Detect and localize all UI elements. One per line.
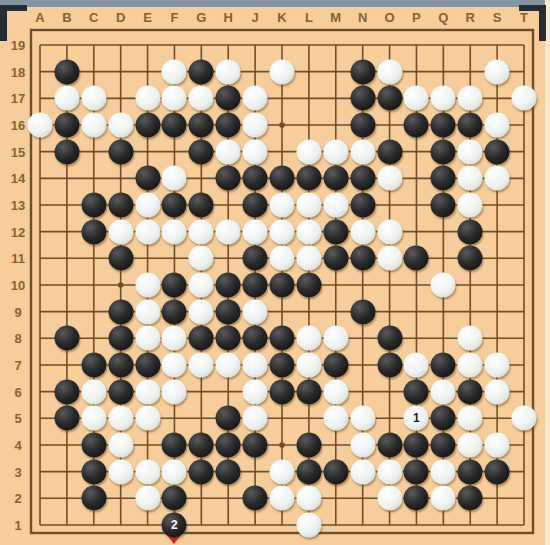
- column-label-M: M: [330, 10, 341, 25]
- black-stone-E16: [135, 112, 160, 137]
- white-stone-G10: [189, 272, 214, 297]
- black-stone-S3: [485, 459, 510, 484]
- column-label-F: F: [170, 10, 178, 25]
- white-stone-T17: [512, 86, 537, 111]
- black-stone-H16: [216, 112, 241, 137]
- black-stone-L14: [296, 166, 321, 191]
- white-stone-K3: [270, 459, 295, 484]
- white-stone-J16: [243, 112, 268, 137]
- white-stone-D5: [108, 406, 133, 431]
- black-stone-G16: [189, 112, 214, 137]
- white-stone-H15: [216, 139, 241, 164]
- black-stone-Q5: [431, 406, 456, 431]
- white-stone-F14: [162, 166, 187, 191]
- white-stone-L15: [296, 139, 321, 164]
- black-stone-M3: [323, 459, 348, 484]
- white-stone-F6: [162, 379, 187, 404]
- black-stone-N9: [350, 299, 375, 324]
- row-label-17: 17: [11, 91, 25, 106]
- row-label-5: 5: [14, 411, 21, 426]
- white-stone-H7: [216, 352, 241, 377]
- black-stone-F10: [162, 272, 187, 297]
- white-stone-G17: [189, 86, 214, 111]
- black-stone-O4: [377, 432, 402, 457]
- white-stone-E12: [135, 219, 160, 244]
- white-stone-M8: [323, 326, 348, 351]
- black-stone-C2: [81, 486, 106, 511]
- black-stone-D7: [108, 352, 133, 377]
- row-label-18: 18: [11, 64, 25, 79]
- black-stone-S15: [485, 139, 510, 164]
- white-stone-S16: [485, 112, 510, 137]
- white-stone-J5: [243, 406, 268, 431]
- black-stone-J10: [243, 272, 268, 297]
- white-stone-K12: [270, 219, 295, 244]
- white-stone-N12: [350, 219, 375, 244]
- white-stone-R17: [458, 86, 483, 111]
- black-stone-O7: [377, 352, 402, 377]
- white-stone-L11: [296, 246, 321, 271]
- black-stone-O15: [377, 139, 402, 164]
- black-stone-J8: [243, 326, 268, 351]
- white-stone-C6: [81, 379, 106, 404]
- column-label-E: E: [143, 10, 152, 25]
- white-stone-Q2: [431, 486, 456, 511]
- black-stone-K10: [270, 272, 295, 297]
- white-stone-J9: [243, 299, 268, 324]
- column-label-J: J: [251, 10, 258, 25]
- white-stone-R5: [458, 406, 483, 431]
- black-stone-L6: [296, 379, 321, 404]
- white-stone-H18: [216, 59, 241, 84]
- black-stone-O8: [377, 326, 402, 351]
- black-stone-M14: [323, 166, 348, 191]
- row-label-16: 16: [11, 117, 25, 132]
- black-stone-Q13: [431, 192, 456, 217]
- white-stone-E3: [135, 459, 160, 484]
- row-label-4: 4: [14, 437, 21, 452]
- white-stone-C16: [81, 112, 106, 137]
- white-stone-E6: [135, 379, 160, 404]
- white-stone-R15: [458, 139, 483, 164]
- black-stone-C13: [81, 192, 106, 217]
- black-stone-D11: [108, 246, 133, 271]
- top-left-corner-bracket-icon: [0, 5, 27, 41]
- black-stone-H17: [216, 86, 241, 111]
- white-stone-C5: [81, 406, 106, 431]
- white-stone-Q6: [431, 379, 456, 404]
- white-stone-S4: [485, 432, 510, 457]
- black-stone-R6: [458, 379, 483, 404]
- row-label-9: 9: [14, 304, 21, 319]
- black-stone-D13: [108, 192, 133, 217]
- black-stone-H10: [216, 272, 241, 297]
- black-stone-P11: [404, 246, 429, 271]
- black-stone-Q4: [431, 432, 456, 457]
- black-stone-P4: [404, 432, 429, 457]
- black-stone-B5: [54, 406, 79, 431]
- black-stone-H4: [216, 432, 241, 457]
- white-stone-N5: [350, 406, 375, 431]
- black-stone-H9: [216, 299, 241, 324]
- black-stone-B6: [54, 379, 79, 404]
- black-stone-K7: [270, 352, 295, 377]
- black-stone-F13: [162, 192, 187, 217]
- black-stone-F4: [162, 432, 187, 457]
- black-stone-D6: [108, 379, 133, 404]
- white-stone-S14: [485, 166, 510, 191]
- white-stone-J7: [243, 352, 268, 377]
- black-stone-Q16: [431, 112, 456, 137]
- black-stone-L4: [296, 432, 321, 457]
- black-stone-N11: [350, 246, 375, 271]
- black-stone-R3: [458, 459, 483, 484]
- move-number-2: 2: [171, 518, 178, 532]
- white-stone-Q3: [431, 459, 456, 484]
- row-label-2: 2: [14, 491, 21, 506]
- black-stone-G3: [189, 459, 214, 484]
- column-label-H: H: [224, 10, 233, 25]
- row-label-12: 12: [11, 224, 25, 239]
- black-stone-P2: [404, 486, 429, 511]
- white-stone-G9: [189, 299, 214, 324]
- row-label-10: 10: [11, 277, 25, 292]
- white-stone-L12: [296, 219, 321, 244]
- white-stone-G7: [189, 352, 214, 377]
- white-stone-F8: [162, 326, 187, 351]
- white-stone-G11: [189, 246, 214, 271]
- row-label-8: 8: [14, 331, 21, 346]
- white-stone-B17: [54, 86, 79, 111]
- black-stone-E14: [135, 166, 160, 191]
- black-stone-R2: [458, 486, 483, 511]
- white-stone-E10: [135, 272, 160, 297]
- black-stone-F9: [162, 299, 187, 324]
- white-stone-E2: [135, 486, 160, 511]
- black-stone-J2: [243, 486, 268, 511]
- white-stone-J6: [243, 379, 268, 404]
- row-label-7: 7: [14, 357, 21, 372]
- black-stone-P3: [404, 459, 429, 484]
- black-stone-M11: [323, 246, 348, 271]
- column-label-N: N: [358, 10, 367, 25]
- black-stone-G18: [189, 59, 214, 84]
- white-stone-O14: [377, 166, 402, 191]
- column-label-G: G: [196, 10, 206, 25]
- black-stone-C12: [81, 219, 106, 244]
- white-stone-S7: [485, 352, 510, 377]
- black-stone-D9: [108, 299, 133, 324]
- black-stone-C7: [81, 352, 106, 377]
- column-label-L: L: [305, 10, 313, 25]
- column-label-K: K: [277, 10, 286, 25]
- white-stone-C17: [81, 86, 106, 111]
- top-right-corner-bracket-icon: [519, 5, 546, 41]
- column-label-R: R: [466, 10, 475, 25]
- black-stone-K14: [270, 166, 295, 191]
- black-stone-N13: [350, 192, 375, 217]
- go-board[interactable]: ABCDEFGHJKLMNOPQRST191817161514131211109…: [0, 0, 550, 545]
- column-label-Q: Q: [438, 10, 448, 25]
- white-stone-Q17: [431, 86, 456, 111]
- black-stone-G4: [189, 432, 214, 457]
- white-stone-F3: [162, 459, 187, 484]
- white-stone-Q10: [431, 272, 456, 297]
- white-stone-M13: [323, 192, 348, 217]
- black-stone-C4: [81, 432, 106, 457]
- black-stone-F2: [162, 486, 187, 511]
- white-stone-F7: [162, 352, 187, 377]
- black-stone-N18: [350, 59, 375, 84]
- black-stone-D8: [108, 326, 133, 351]
- black-stone-R12: [458, 219, 483, 244]
- black-stone-H3: [216, 459, 241, 484]
- black-stone-N16: [350, 112, 375, 137]
- row-label-13: 13: [11, 197, 25, 212]
- white-stone-O2: [377, 486, 402, 511]
- white-stone-N4: [350, 432, 375, 457]
- black-stone-K8: [270, 326, 295, 351]
- black-stone-K6: [270, 379, 295, 404]
- black-stone-F16: [162, 112, 187, 137]
- white-stone-N15: [350, 139, 375, 164]
- black-stone-G15: [189, 139, 214, 164]
- move-number-1: 1: [413, 411, 420, 425]
- black-stone-N17: [350, 86, 375, 111]
- black-stone-N14: [350, 166, 375, 191]
- black-stone-Q15: [431, 139, 456, 164]
- white-stone-R13: [458, 192, 483, 217]
- black-stone-J11: [243, 246, 268, 271]
- white-stone-H12: [216, 219, 241, 244]
- black-stone-B18: [54, 59, 79, 84]
- column-label-O: O: [385, 10, 395, 25]
- white-stone-O11: [377, 246, 402, 271]
- black-stone-L3: [296, 459, 321, 484]
- column-label-A: A: [35, 10, 44, 25]
- row-label-15: 15: [11, 144, 25, 159]
- white-stone-E17: [135, 86, 160, 111]
- white-stone-D12: [108, 219, 133, 244]
- black-stone-H8: [216, 326, 241, 351]
- white-stone-L1: [296, 512, 321, 537]
- white-stone-G12: [189, 219, 214, 244]
- black-stone-M12: [323, 219, 348, 244]
- column-label-P: P: [412, 10, 421, 25]
- white-stone-F17: [162, 86, 187, 111]
- white-stone-K18: [270, 59, 295, 84]
- white-stone-S18: [485, 59, 510, 84]
- black-stone-Q14: [431, 166, 456, 191]
- row-label-14: 14: [11, 171, 25, 186]
- black-stone-P6: [404, 379, 429, 404]
- white-stone-E13: [135, 192, 160, 217]
- white-stone-R8: [458, 326, 483, 351]
- white-stone-P7: [404, 352, 429, 377]
- white-stone-F18: [162, 59, 187, 84]
- black-stone-Q7: [431, 352, 456, 377]
- black-stone-J14: [243, 166, 268, 191]
- black-stone-R11: [458, 246, 483, 271]
- white-stone-M15: [323, 139, 348, 164]
- white-stone-L7: [296, 352, 321, 377]
- black-stone-M7: [323, 352, 348, 377]
- black-stone-C3: [81, 459, 106, 484]
- white-stone-O18: [377, 59, 402, 84]
- black-stone-J4: [243, 432, 268, 457]
- white-stone-K13: [270, 192, 295, 217]
- row-label-1: 1: [14, 517, 21, 532]
- white-stone-M5: [323, 406, 348, 431]
- white-stone-D16: [108, 112, 133, 137]
- black-stone-H5: [216, 406, 241, 431]
- white-stone-O3: [377, 459, 402, 484]
- white-stone-N3: [350, 459, 375, 484]
- black-stone-H14: [216, 166, 241, 191]
- white-stone-J17: [243, 86, 268, 111]
- white-stone-S6: [485, 379, 510, 404]
- white-stone-F12: [162, 219, 187, 244]
- black-stone-L10: [296, 272, 321, 297]
- white-stone-O12: [377, 219, 402, 244]
- black-stone-G8: [189, 326, 214, 351]
- column-label-S: S: [493, 10, 502, 25]
- white-stone-E9: [135, 299, 160, 324]
- black-stone-R16: [458, 112, 483, 137]
- white-stone-R14: [458, 166, 483, 191]
- white-stone-E5: [135, 406, 160, 431]
- white-stone-R7: [458, 352, 483, 377]
- white-stone-J12: [243, 219, 268, 244]
- column-label-D: D: [116, 10, 125, 25]
- row-label-3: 3: [14, 464, 21, 479]
- white-stone-L8: [296, 326, 321, 351]
- black-stone-O17: [377, 86, 402, 111]
- white-stone-D3: [108, 459, 133, 484]
- white-stone-L2: [296, 486, 321, 511]
- black-stone-P16: [404, 112, 429, 137]
- white-stone-K11: [270, 246, 295, 271]
- row-label-11: 11: [11, 251, 25, 266]
- black-stone-E7: [135, 352, 160, 377]
- black-stone-B15: [54, 139, 79, 164]
- row-label-6: 6: [14, 384, 21, 399]
- white-stone-E8: [135, 326, 160, 351]
- black-stone-G13: [189, 192, 214, 217]
- black-stone-J13: [243, 192, 268, 217]
- column-label-B: B: [62, 10, 71, 25]
- black-stone-B16: [54, 112, 79, 137]
- black-stone-D15: [108, 139, 133, 164]
- column-label-C: C: [89, 10, 98, 25]
- white-stone-T5: [512, 406, 537, 431]
- white-stone-J15: [243, 139, 268, 164]
- black-stone-B8: [54, 326, 79, 351]
- white-stone-P17: [404, 86, 429, 111]
- white-stone-R4: [458, 432, 483, 457]
- white-stone-D4: [108, 432, 133, 457]
- white-stone-A16: [28, 112, 53, 137]
- white-stone-M6: [323, 379, 348, 404]
- white-stone-L13: [296, 192, 321, 217]
- white-stone-K2: [270, 486, 295, 511]
